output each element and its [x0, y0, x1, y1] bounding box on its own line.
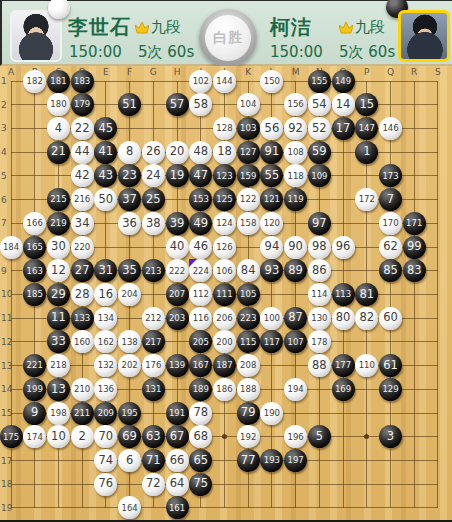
move-number: 11 — [51, 312, 66, 324]
move-number: 15 — [359, 99, 374, 111]
white-stone: 44 — [71, 141, 94, 164]
white-stone: 118 — [284, 164, 307, 187]
move-number: 127 — [240, 148, 256, 157]
row-label: 10 — [1, 289, 10, 299]
white-stone: 150 — [260, 70, 283, 93]
move-number: 178 — [311, 338, 327, 347]
black-stone: 133 — [71, 307, 94, 330]
black-stone: 163 — [23, 259, 46, 282]
move-number: 87 — [288, 312, 303, 324]
row-label: 3 — [1, 123, 10, 133]
white-stone: 192 — [237, 425, 260, 448]
white-stone: 210 — [71, 378, 94, 401]
move-number: 44 — [75, 146, 90, 158]
black-stone: 21 — [47, 141, 70, 164]
black-stone: 85 — [379, 259, 402, 282]
move-number: 215 — [50, 195, 66, 204]
move-number: 23 — [122, 170, 137, 182]
black-stone: 61 — [379, 354, 402, 377]
black-stone: 113 — [332, 283, 355, 306]
black-stone: 149 — [332, 70, 355, 93]
move-number: 41 — [99, 146, 114, 158]
move-number: 21 — [51, 146, 66, 158]
move-number: 108 — [288, 148, 304, 157]
row-label: 17 — [1, 456, 10, 466]
white-stone: 74 — [94, 449, 117, 472]
white-stone: 178 — [308, 330, 331, 353]
move-number: 78 — [193, 407, 208, 419]
black-stone: 219 — [47, 212, 70, 235]
move-number: 195 — [121, 409, 137, 418]
move-number: 96 — [336, 241, 351, 253]
move-number: 204 — [121, 290, 137, 299]
white-stone: 26 — [142, 141, 165, 164]
black-stone: 5 — [308, 425, 331, 448]
white-stone: 6 — [118, 449, 141, 472]
move-number: 202 — [121, 361, 137, 370]
move-number: 94 — [265, 241, 280, 253]
move-number: 193 — [264, 456, 280, 465]
move-number: 147 — [359, 124, 375, 133]
black-stone: 117 — [260, 330, 283, 353]
move-number: 31 — [99, 265, 114, 277]
black-stone: 75 — [189, 473, 212, 496]
black-stone: 153 — [189, 188, 212, 211]
move-number: 112 — [193, 290, 209, 299]
move-number: 88 — [312, 360, 327, 372]
white-stone: 106 — [213, 259, 236, 282]
column-label: E — [96, 67, 116, 77]
right-player-avatar — [398, 10, 450, 62]
move-number: 180 — [50, 100, 66, 109]
white-stone: 78 — [189, 402, 212, 425]
board-gridline — [437, 81, 438, 508]
white-stone: 128 — [213, 117, 236, 140]
move-number: 43 — [99, 170, 114, 182]
move-number: 8 — [126, 146, 133, 158]
move-number: 199 — [27, 385, 43, 394]
white-stone: 34 — [71, 212, 94, 235]
move-number: 126 — [216, 243, 232, 252]
move-number: 105 — [240, 290, 256, 299]
move-number: 81 — [359, 289, 374, 301]
move-number: 149 — [335, 77, 351, 86]
column-label: Q — [381, 67, 401, 77]
board-gridline — [414, 81, 415, 508]
black-stone: 59 — [308, 141, 331, 164]
black-stone: 183 — [71, 70, 94, 93]
move-number: 198 — [50, 409, 66, 418]
black-stone: 213 — [142, 259, 165, 282]
move-number: 14 — [336, 99, 351, 111]
move-number: 184 — [3, 243, 19, 252]
move-number: 179 — [74, 100, 90, 109]
move-number: 18 — [217, 146, 232, 158]
game-header: 李世石 九段 150:00 5次 60s 白胜 柯洁 九段 150:00 5次 … — [0, 0, 452, 66]
black-stone: 39 — [166, 212, 189, 235]
white-stone: 56 — [260, 117, 283, 140]
black-stone: 197 — [284, 449, 307, 472]
white-stone: 84 — [237, 259, 260, 282]
move-number: 46 — [193, 241, 208, 253]
white-stone: 38 — [142, 212, 165, 235]
black-stone: 115 — [237, 330, 260, 353]
right-player-rank: 九段 — [339, 18, 385, 37]
black-stone: 91 — [260, 141, 283, 164]
move-number: 35 — [122, 265, 137, 277]
star-point — [222, 434, 227, 439]
white-stone: 124 — [213, 212, 236, 235]
move-number: 39 — [170, 218, 185, 230]
move-number: 68 — [193, 431, 208, 443]
black-stone: 47 — [189, 164, 212, 187]
move-number: 153 — [193, 195, 209, 204]
right-player-time: 150:00 — [270, 43, 323, 61]
white-stone: 158 — [237, 212, 260, 235]
white-stone: 8 — [118, 141, 141, 164]
black-stone: 23 — [118, 164, 141, 187]
white-stone: 182 — [23, 70, 46, 93]
black-stone: 17 — [332, 117, 355, 140]
column-label: G — [143, 67, 163, 77]
white-stone: 198 — [47, 402, 70, 425]
move-number: 70 — [99, 431, 114, 443]
move-number: 36 — [122, 218, 137, 230]
move-number: 83 — [407, 265, 422, 277]
move-number: 192 — [240, 433, 256, 442]
move-number: 1 — [363, 146, 370, 158]
move-number: 206 — [216, 314, 232, 323]
white-stone: 20 — [166, 141, 189, 164]
black-stone: 43 — [94, 164, 117, 187]
move-number: 183 — [74, 77, 90, 86]
row-label: 2 — [1, 100, 10, 110]
black-stone: 211 — [71, 402, 94, 425]
black-stone: 51 — [118, 93, 141, 116]
move-number: 103 — [240, 124, 256, 133]
move-number: 7 — [387, 194, 394, 206]
move-number: 205 — [193, 338, 209, 347]
move-number: 55 — [265, 170, 280, 182]
white-stone: 110 — [355, 354, 378, 377]
move-number: 27 — [75, 265, 90, 277]
white-stone: 100 — [260, 307, 283, 330]
black-stone: 35 — [118, 259, 141, 282]
move-number: 71 — [146, 455, 161, 467]
move-number: 221 — [27, 361, 43, 370]
white-stone: 188 — [237, 378, 260, 401]
move-number: 69 — [122, 431, 137, 443]
move-number: 85 — [383, 265, 398, 277]
black-stone: 37 — [118, 188, 141, 211]
result-button[interactable]: 白胜 — [199, 9, 257, 67]
black-stone: 99 — [403, 236, 426, 259]
move-number: 130 — [311, 314, 327, 323]
move-number: 13 — [51, 384, 66, 396]
move-number: 174 — [27, 433, 43, 442]
row-label: 1 — [1, 76, 10, 86]
black-stone: 129 — [379, 378, 402, 401]
row-label: 7 — [1, 218, 10, 228]
move-number: 146 — [382, 124, 398, 133]
white-stone: 186 — [213, 378, 236, 401]
white-stone: 72 — [142, 473, 165, 496]
move-number: 182 — [27, 77, 43, 86]
move-number: 57 — [170, 99, 185, 111]
black-stone: 83 — [403, 259, 426, 282]
move-number: 79 — [241, 407, 256, 419]
move-number: 74 — [99, 455, 114, 467]
move-number: 34 — [75, 218, 90, 230]
move-number: 93 — [265, 265, 280, 277]
move-number: 59 — [312, 146, 327, 158]
black-stone: 177 — [332, 354, 355, 377]
white-stone: 204 — [118, 283, 141, 306]
move-number: 9 — [31, 407, 38, 419]
black-stone: 15 — [355, 93, 378, 116]
go-board[interactable]: ABCDEFGHIJKLMNOPQRS123456789101112131415… — [0, 66, 452, 522]
black-stone: 209 — [94, 402, 117, 425]
white-stone: 146 — [379, 117, 402, 140]
black-stone: 193 — [260, 449, 283, 472]
move-number: 64 — [170, 478, 185, 490]
white-stone: 104 — [237, 93, 260, 116]
black-stone: 125 — [213, 188, 236, 211]
white-stone: 46 — [189, 236, 212, 259]
move-number: 197 — [288, 456, 304, 465]
white-stone: 132 — [94, 354, 117, 377]
black-stone: 79 — [237, 402, 260, 425]
move-number: 82 — [359, 312, 374, 324]
move-number: 123 — [216, 172, 232, 181]
column-label: M — [286, 67, 306, 77]
move-number: 42 — [75, 170, 90, 182]
move-number: 160 — [74, 338, 90, 347]
move-number: 45 — [99, 123, 114, 135]
black-stone: 205 — [189, 330, 212, 353]
move-number: 102 — [193, 77, 209, 86]
move-number: 99 — [407, 241, 422, 253]
move-number: 144 — [216, 77, 232, 86]
white-stone: 112 — [189, 283, 212, 306]
black-stone: 109 — [308, 164, 331, 187]
white-stone: 130 — [308, 307, 331, 330]
white-stone: 42 — [71, 164, 94, 187]
row-label: 13 — [1, 361, 10, 371]
white-stone: 12 — [47, 259, 70, 282]
black-stone: 155 — [308, 70, 331, 93]
black-stone: 217 — [142, 330, 165, 353]
white-stone: 24 — [142, 164, 165, 187]
move-number: 194 — [288, 385, 304, 394]
move-number: 161 — [169, 504, 185, 513]
white-stone: 116 — [189, 307, 212, 330]
move-number: 203 — [169, 314, 185, 323]
white-stone: 76 — [94, 473, 117, 496]
move-number: 86 — [312, 265, 327, 277]
black-stone: 71 — [142, 449, 165, 472]
move-number: 19 — [170, 170, 185, 182]
white-stone: 126 — [213, 236, 236, 259]
move-number: 117 — [264, 338, 280, 347]
move-number: 169 — [335, 385, 351, 394]
black-stone: 195 — [118, 402, 141, 425]
white-stone: 162 — [94, 330, 117, 353]
move-number: 216 — [74, 195, 90, 204]
white-stone: 170 — [379, 212, 402, 235]
white-stone: 58 — [189, 93, 212, 116]
white-stone: 224 — [189, 259, 212, 282]
move-number: 92 — [288, 123, 303, 135]
white-stone: 80 — [332, 307, 355, 330]
black-stone: 9 — [23, 402, 46, 425]
move-number: 150 — [264, 77, 280, 86]
white-stone: 184 — [0, 236, 23, 259]
move-number: 212 — [145, 314, 161, 323]
white-stone: 70 — [94, 425, 117, 448]
white-stone: 60 — [379, 307, 402, 330]
move-number: 162 — [98, 338, 114, 347]
move-number: 114 — [311, 290, 327, 299]
move-number: 47 — [193, 170, 208, 182]
move-number: 119 — [288, 195, 304, 204]
move-number: 67 — [170, 431, 185, 443]
move-number: 172 — [359, 195, 375, 204]
black-stone: 203 — [166, 307, 189, 330]
white-stone: 64 — [166, 473, 189, 496]
move-number: 222 — [169, 267, 185, 276]
row-label: 11 — [1, 313, 10, 323]
move-number: 181 — [50, 77, 66, 86]
black-stone: 87 — [284, 307, 307, 330]
move-number: 60 — [383, 312, 398, 324]
move-number: 134 — [98, 314, 114, 323]
black-stone: 223 — [237, 307, 260, 330]
result-label: 白胜 — [213, 29, 243, 47]
move-number: 209 — [98, 409, 114, 418]
move-number: 118 — [288, 172, 304, 181]
white-stone: 174 — [23, 425, 46, 448]
white-stone: 122 — [237, 188, 260, 211]
move-number: 156 — [288, 100, 304, 109]
move-number: 217 — [145, 338, 161, 347]
black-stone: 167 — [189, 354, 212, 377]
move-number: 164 — [121, 504, 137, 513]
row-label: 18 — [1, 479, 10, 489]
white-stone: 114 — [308, 283, 331, 306]
move-number: 12 — [51, 265, 66, 277]
black-stone: 67 — [166, 425, 189, 448]
black-stone: 189 — [189, 378, 212, 401]
black-stone: 33 — [47, 330, 70, 353]
black-stone: 207 — [166, 283, 189, 306]
white-stone: 222 — [166, 259, 189, 282]
move-number: 51 — [122, 99, 137, 111]
move-number: 223 — [240, 314, 256, 323]
move-number: 122 — [240, 195, 256, 204]
move-number: 89 — [288, 265, 303, 277]
move-number: 40 — [170, 241, 185, 253]
white-stone: 36 — [118, 212, 141, 235]
move-number: 48 — [193, 146, 208, 158]
move-number: 218 — [50, 361, 66, 370]
white-stone: 144 — [213, 70, 236, 93]
black-stone: 147 — [355, 117, 378, 140]
move-number: 189 — [193, 385, 209, 394]
move-number: 97 — [312, 218, 327, 230]
black-stone: 121 — [260, 188, 283, 211]
move-number: 24 — [146, 170, 161, 182]
column-label: S — [428, 67, 448, 77]
move-number: 188 — [240, 385, 256, 394]
move-number: 136 — [98, 385, 114, 394]
white-stone: 96 — [332, 236, 355, 259]
move-number: 211 — [74, 409, 90, 418]
black-stone: 159 — [237, 164, 260, 187]
column-label: H — [167, 67, 187, 77]
move-number: 167 — [193, 361, 209, 370]
white-stone: 196 — [284, 425, 307, 448]
move-number: 120 — [264, 219, 280, 228]
black-stone: 69 — [118, 425, 141, 448]
move-number: 159 — [240, 172, 256, 181]
move-number: 208 — [240, 361, 256, 370]
column-label: P — [357, 67, 377, 77]
move-number: 166 — [27, 219, 43, 228]
move-number: 170 — [382, 219, 398, 228]
white-stone: 108 — [284, 141, 307, 164]
move-number: 196 — [288, 433, 304, 442]
move-number: 207 — [169, 290, 185, 299]
white-stone: 102 — [189, 70, 212, 93]
last-move-marker — [189, 259, 197, 267]
black-stone: 131 — [142, 378, 165, 401]
white-stone: 172 — [355, 188, 378, 211]
black-stone: 187 — [213, 354, 236, 377]
move-number: 220 — [74, 243, 90, 252]
white-stone: 18 — [213, 141, 236, 164]
move-number: 50 — [99, 194, 114, 206]
move-number: 128 — [216, 124, 232, 133]
black-stone: 11 — [47, 307, 70, 330]
move-number: 62 — [383, 241, 398, 253]
crown-icon — [339, 22, 353, 34]
white-stone: 92 — [284, 117, 307, 140]
row-label: 15 — [1, 408, 10, 418]
move-number: 175 — [3, 433, 19, 442]
white-stone: 164 — [118, 496, 141, 519]
black-stone: 55 — [260, 164, 283, 187]
move-number: 186 — [216, 385, 232, 394]
move-number: 20 — [170, 146, 185, 158]
move-number: 33 — [51, 336, 66, 348]
move-number: 158 — [240, 219, 256, 228]
row-label: 4 — [1, 147, 10, 157]
black-stone: 171 — [403, 212, 426, 235]
move-number: 38 — [146, 218, 161, 230]
black-stone: 199 — [23, 378, 46, 401]
move-number: 63 — [146, 431, 161, 443]
move-number: 5 — [316, 431, 323, 443]
black-stone: 165 — [23, 236, 46, 259]
move-number: 171 — [406, 219, 422, 228]
star-point — [364, 434, 369, 439]
white-stone: 16 — [94, 283, 117, 306]
move-number: 49 — [193, 218, 208, 230]
move-number: 131 — [145, 385, 161, 394]
move-number: 104 — [240, 100, 256, 109]
move-number: 187 — [216, 361, 232, 370]
